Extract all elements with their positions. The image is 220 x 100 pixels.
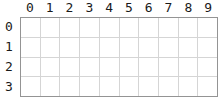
grid-cell[interactable]: [139, 77, 158, 96]
grid-cell[interactable]: [179, 58, 198, 77]
grid-cell[interactable]: [80, 58, 99, 77]
col-label: 2: [60, 0, 80, 16]
row-label: 3: [0, 77, 18, 97]
grid-cell[interactable]: [179, 38, 198, 57]
col-label: 6: [139, 0, 159, 16]
grid-cell[interactable]: [100, 77, 119, 96]
grid-cell[interactable]: [179, 18, 198, 37]
grid-cell[interactable]: [41, 77, 60, 96]
grid-cell[interactable]: [159, 18, 178, 37]
col-label: 5: [119, 0, 139, 16]
grid-cell[interactable]: [198, 38, 217, 57]
grid-cell[interactable]: [21, 38, 40, 57]
grid-cell[interactable]: [80, 18, 99, 37]
column-labels: 0123456789: [20, 0, 218, 16]
grid-cell[interactable]: [100, 38, 119, 57]
row-label: 0: [0, 17, 18, 37]
col-label: 8: [178, 0, 198, 16]
grid-cell[interactable]: [100, 58, 119, 77]
grid-cell[interactable]: [139, 58, 158, 77]
grid-cell[interactable]: [60, 58, 79, 77]
grid-cell[interactable]: [159, 38, 178, 57]
col-label: 9: [198, 0, 218, 16]
grid-cell[interactable]: [21, 77, 40, 96]
grid-cell[interactable]: [120, 77, 139, 96]
grid-cell[interactable]: [120, 58, 139, 77]
grid-cell[interactable]: [41, 18, 60, 37]
grid-cell[interactable]: [198, 18, 217, 37]
grid-cell[interactable]: [198, 58, 217, 77]
grid-cell[interactable]: [21, 18, 40, 37]
grid-cell[interactable]: [159, 77, 178, 96]
grid-cell[interactable]: [41, 58, 60, 77]
grid-cell[interactable]: [41, 38, 60, 57]
grid-cell[interactable]: [198, 77, 217, 96]
grid-cell[interactable]: [139, 38, 158, 57]
grid-cell[interactable]: [120, 18, 139, 37]
grid-cell[interactable]: [60, 77, 79, 96]
col-label: 7: [159, 0, 179, 16]
grid-cell[interactable]: [60, 38, 79, 57]
grid-cell[interactable]: [179, 77, 198, 96]
grid-cell[interactable]: [21, 58, 40, 77]
col-label: 1: [40, 0, 60, 16]
grid-cell[interactable]: [60, 18, 79, 37]
grid: [20, 17, 218, 97]
col-label: 3: [79, 0, 99, 16]
col-label: 4: [99, 0, 119, 16]
grid-cell[interactable]: [80, 38, 99, 57]
row-labels: 0123: [0, 17, 18, 97]
grid-cell[interactable]: [100, 18, 119, 37]
board-container: 0123456789 0123: [0, 0, 220, 100]
grid-cell[interactable]: [159, 58, 178, 77]
col-label: 0: [20, 0, 40, 16]
grid-cell[interactable]: [120, 38, 139, 57]
row-label: 1: [0, 37, 18, 57]
grid-cell[interactable]: [80, 77, 99, 96]
row-label: 2: [0, 57, 18, 77]
grid-cell[interactable]: [139, 18, 158, 37]
